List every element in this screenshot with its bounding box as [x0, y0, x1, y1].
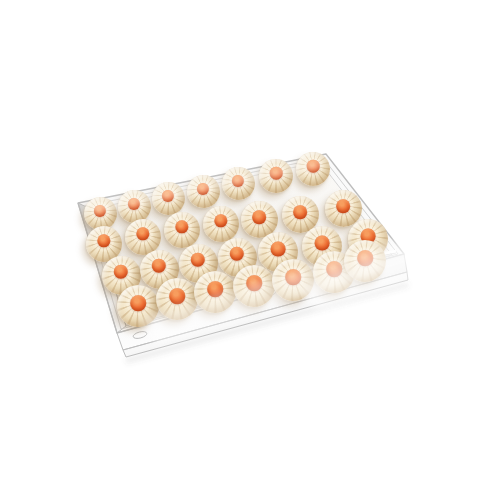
lid-glare — [84, 159, 324, 215]
plastic-glare-overlay — [0, 0, 480, 480]
product-photo-stage — [0, 0, 480, 480]
